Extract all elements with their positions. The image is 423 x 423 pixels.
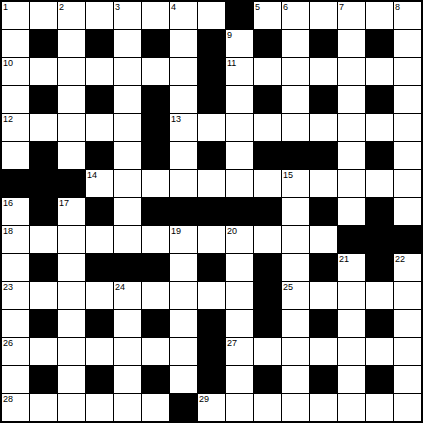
white-cell-r4-c0[interactable]: 12 (2, 114, 29, 141)
white-cell-r3-c4[interactable] (114, 86, 141, 113)
black-cell-r13-c7 (198, 366, 225, 393)
white-cell-r14-c8[interactable] (226, 394, 253, 421)
white-cell-r0-c7[interactable] (198, 2, 225, 29)
white-cell-r12-c12[interactable] (338, 338, 365, 365)
white-cell-r14-c4[interactable] (114, 394, 141, 421)
black-cell-r13-c1 (30, 366, 57, 393)
clue-number-17: 17 (59, 198, 69, 208)
black-cell-r1-c11 (310, 30, 337, 57)
white-cell-r14-c1[interactable] (30, 394, 57, 421)
white-cell-r13-c4[interactable] (114, 366, 141, 393)
black-cell-r3-c3 (86, 86, 113, 113)
white-cell-r5-c14[interactable] (394, 142, 421, 169)
white-cell-r1-c14[interactable] (394, 30, 421, 57)
white-cell-r14-c10[interactable] (282, 394, 309, 421)
white-cell-r4-c3[interactable] (86, 114, 113, 141)
white-cell-r8-c3[interactable] (86, 226, 113, 253)
white-cell-r3-c8[interactable] (226, 86, 253, 113)
white-cell-r0-c14[interactable]: 8 (394, 2, 421, 29)
white-cell-r2-c10[interactable] (282, 58, 309, 85)
white-cell-r2-c12[interactable] (338, 58, 365, 85)
black-cell-r7-c3 (86, 198, 113, 225)
clue-number-24: 24 (115, 282, 125, 292)
clue-number-7: 7 (339, 2, 344, 12)
black-cell-r9-c1 (30, 254, 57, 281)
white-cell-r7-c0[interactable]: 16 (2, 198, 29, 225)
white-cell-r13-c8[interactable] (226, 366, 253, 393)
white-cell-r2-c1[interactable] (30, 58, 57, 85)
white-cell-r3-c12[interactable] (338, 86, 365, 113)
white-cell-r4-c8[interactable] (226, 114, 253, 141)
black-cell-r5-c1 (30, 142, 57, 169)
white-cell-r4-c13[interactable] (366, 114, 393, 141)
white-cell-r13-c12[interactable] (338, 366, 365, 393)
white-cell-r0-c13[interactable] (366, 2, 393, 29)
white-cell-r13-c2[interactable] (58, 366, 85, 393)
white-cell-r12-c9[interactable] (254, 338, 281, 365)
clue-number-6: 6 (283, 2, 288, 12)
white-cell-r5-c2[interactable] (58, 142, 85, 169)
white-cell-r5-c6[interactable] (170, 142, 197, 169)
black-cell-r6-c1 (30, 170, 57, 197)
white-cell-r3-c14[interactable] (394, 86, 421, 113)
white-cell-r1-c10[interactable] (282, 30, 309, 57)
white-cell-r3-c0[interactable] (2, 86, 29, 113)
clue-number-16: 16 (3, 198, 13, 208)
clue-number-13: 13 (171, 114, 181, 124)
clue-number-28: 28 (3, 394, 13, 404)
black-cell-r9-c13 (366, 254, 393, 281)
black-cell-r1-c13 (366, 30, 393, 57)
black-cell-r3-c13 (366, 86, 393, 113)
crossword-grid: 1234567891011121314151617181920212223242… (0, 0, 423, 423)
white-cell-r6-c14[interactable] (394, 170, 421, 197)
white-cell-r7-c10[interactable] (282, 198, 309, 225)
white-cell-r6-c8[interactable] (226, 170, 253, 197)
white-cell-r5-c4[interactable] (114, 142, 141, 169)
white-cell-r6-c11[interactable] (310, 170, 337, 197)
black-cell-r5-c10 (282, 142, 309, 169)
white-cell-r14-c7[interactable]: 29 (198, 394, 225, 421)
white-cell-r10-c0[interactable]: 23 (2, 282, 29, 309)
black-cell-r11-c13 (366, 310, 393, 337)
black-cell-r7-c11 (310, 198, 337, 225)
white-cell-r5-c12[interactable] (338, 142, 365, 169)
white-cell-r2-c13[interactable] (366, 58, 393, 85)
black-cell-r3-c11 (310, 86, 337, 113)
white-cell-r8-c10[interactable] (282, 226, 309, 253)
black-cell-r11-c9 (254, 310, 281, 337)
white-cell-r13-c14[interactable] (394, 366, 421, 393)
white-cell-r12-c10[interactable] (282, 338, 309, 365)
white-cell-r14-c11[interactable] (310, 394, 337, 421)
white-cell-r2-c3[interactable] (86, 58, 113, 85)
black-cell-r13-c3 (86, 366, 113, 393)
white-cell-r2-c14[interactable] (394, 58, 421, 85)
black-cell-r5-c9 (254, 142, 281, 169)
white-cell-r6-c3[interactable]: 14 (86, 170, 113, 197)
black-cell-r1-c5 (142, 30, 169, 57)
clue-number-3: 3 (115, 2, 120, 12)
black-cell-r4-c5 (142, 114, 169, 141)
clue-number-27: 27 (227, 338, 237, 348)
clue-number-4: 4 (171, 2, 176, 12)
black-cell-r6-c2 (58, 170, 85, 197)
white-cell-r14-c3[interactable] (86, 394, 113, 421)
white-cell-r12-c0[interactable]: 26 (2, 338, 29, 365)
white-cell-r0-c0[interactable]: 1 (2, 2, 29, 29)
white-cell-r1-c2[interactable] (58, 30, 85, 57)
black-cell-r7-c1 (30, 198, 57, 225)
black-cell-r11-c1 (30, 310, 57, 337)
black-cell-r8-c14 (394, 226, 421, 253)
black-cell-r5-c11 (310, 142, 337, 169)
white-cell-r0-c5[interactable] (142, 2, 169, 29)
white-cell-r11-c6[interactable] (170, 310, 197, 337)
white-cell-r14-c9[interactable] (254, 394, 281, 421)
white-cell-r8-c9[interactable] (254, 226, 281, 253)
white-cell-r12-c1[interactable] (30, 338, 57, 365)
black-cell-r7-c13 (366, 198, 393, 225)
white-cell-r4-c12[interactable] (338, 114, 365, 141)
white-cell-r6-c9[interactable] (254, 170, 281, 197)
black-cell-r3-c7 (198, 86, 225, 113)
white-cell-r10-c10[interactable]: 25 (282, 282, 309, 309)
clue-number-20: 20 (227, 226, 237, 236)
clue-number-2: 2 (59, 2, 64, 12)
black-cell-r7-c6 (170, 198, 197, 225)
white-cell-r4-c6[interactable]: 13 (170, 114, 197, 141)
white-cell-r9-c14[interactable]: 22 (394, 254, 421, 281)
white-cell-r6-c6[interactable] (170, 170, 197, 197)
white-cell-r12-c11[interactable] (310, 338, 337, 365)
black-cell-r11-c3 (86, 310, 113, 337)
white-cell-r7-c2[interactable]: 17 (58, 198, 85, 225)
white-cell-r8-c5[interactable] (142, 226, 169, 253)
white-cell-r0-c10[interactable]: 6 (282, 2, 309, 29)
white-cell-r8-c11[interactable] (310, 226, 337, 253)
white-cell-r14-c14[interactable] (394, 394, 421, 421)
white-cell-r1-c8[interactable]: 9 (226, 30, 253, 57)
black-cell-r11-c7 (198, 310, 225, 337)
white-cell-r5-c0[interactable] (2, 142, 29, 169)
clue-number-21: 21 (339, 254, 349, 264)
white-cell-r11-c12[interactable] (338, 310, 365, 337)
white-cell-r11-c0[interactable] (2, 310, 29, 337)
white-cell-r9-c2[interactable] (58, 254, 85, 281)
white-cell-r4-c11[interactable] (310, 114, 337, 141)
white-cell-r10-c1[interactable] (30, 282, 57, 309)
clue-number-18: 18 (3, 226, 13, 236)
white-cell-r2-c2[interactable] (58, 58, 85, 85)
black-cell-r6-c0 (2, 170, 29, 197)
white-cell-r1-c6[interactable] (170, 30, 197, 57)
white-cell-r9-c8[interactable] (226, 254, 253, 281)
black-cell-r1-c1 (30, 30, 57, 57)
black-cell-r7-c5 (142, 198, 169, 225)
black-cell-r9-c3 (86, 254, 113, 281)
white-cell-r10-c2[interactable] (58, 282, 85, 309)
white-cell-r10-c6[interactable] (170, 282, 197, 309)
white-cell-r6-c5[interactable] (142, 170, 169, 197)
black-cell-r3-c1 (30, 86, 57, 113)
black-cell-r1-c7 (198, 30, 225, 57)
clue-number-12: 12 (3, 114, 13, 124)
white-cell-r14-c12[interactable] (338, 394, 365, 421)
white-cell-r3-c6[interactable] (170, 86, 197, 113)
white-cell-r2-c5[interactable] (142, 58, 169, 85)
white-cell-r8-c2[interactable] (58, 226, 85, 253)
white-cell-r10-c7[interactable] (198, 282, 225, 309)
white-cell-r1-c0[interactable] (2, 30, 29, 57)
white-cell-r0-c1[interactable] (30, 2, 57, 29)
black-cell-r9-c5 (142, 254, 169, 281)
white-cell-r4-c14[interactable] (394, 114, 421, 141)
black-cell-r13-c9 (254, 366, 281, 393)
black-cell-r13-c13 (366, 366, 393, 393)
black-cell-r5-c13 (366, 142, 393, 169)
white-cell-r6-c10[interactable]: 15 (282, 170, 309, 197)
black-cell-r7-c7 (198, 198, 225, 225)
white-cell-r4-c4[interactable] (114, 114, 141, 141)
clue-number-11: 11 (227, 58, 236, 68)
white-cell-r0-c6[interactable]: 4 (170, 2, 197, 29)
white-cell-r3-c10[interactable] (282, 86, 309, 113)
white-cell-r10-c4[interactable]: 24 (114, 282, 141, 309)
white-cell-r0-c11[interactable] (310, 2, 337, 29)
black-cell-r9-c4 (114, 254, 141, 281)
white-cell-r2-c6[interactable] (170, 58, 197, 85)
white-cell-r6-c13[interactable] (366, 170, 393, 197)
white-cell-r6-c12[interactable] (338, 170, 365, 197)
white-cell-r5-c8[interactable] (226, 142, 253, 169)
white-cell-r13-c6[interactable] (170, 366, 197, 393)
white-cell-r8-c0[interactable]: 18 (2, 226, 29, 253)
white-cell-r4-c2[interactable] (58, 114, 85, 141)
white-cell-r12-c3[interactable] (86, 338, 113, 365)
white-cell-r4-c1[interactable] (30, 114, 57, 141)
clue-number-29: 29 (199, 394, 209, 404)
black-cell-r11-c5 (142, 310, 169, 337)
white-cell-r8-c8[interactable]: 20 (226, 226, 253, 253)
black-cell-r7-c8 (226, 198, 253, 225)
white-cell-r12-c8[interactable]: 27 (226, 338, 253, 365)
white-cell-r14-c13[interactable] (366, 394, 393, 421)
white-cell-r12-c14[interactable] (394, 338, 421, 365)
white-cell-r11-c8[interactable] (226, 310, 253, 337)
black-cell-r13-c5 (142, 366, 169, 393)
white-cell-r13-c0[interactable] (2, 366, 29, 393)
clue-number-10: 10 (3, 58, 13, 68)
white-cell-r8-c7[interactable] (198, 226, 225, 253)
black-cell-r8-c13 (366, 226, 393, 253)
white-cell-r6-c4[interactable] (114, 170, 141, 197)
white-cell-r12-c4[interactable] (114, 338, 141, 365)
white-cell-r10-c14[interactable] (394, 282, 421, 309)
clue-number-14: 14 (87, 170, 97, 180)
white-cell-r4-c9[interactable] (254, 114, 281, 141)
white-cell-r0-c2[interactable]: 2 (58, 2, 85, 29)
white-cell-r10-c11[interactable] (310, 282, 337, 309)
black-cell-r0-c8 (226, 2, 253, 29)
black-cell-r3-c9 (254, 86, 281, 113)
white-cell-r9-c12[interactable]: 21 (338, 254, 365, 281)
clue-number-5: 5 (255, 2, 260, 12)
white-cell-r11-c10[interactable] (282, 310, 309, 337)
black-cell-r9-c7 (198, 254, 225, 281)
white-cell-r0-c3[interactable] (86, 2, 113, 29)
clue-number-22: 22 (395, 254, 405, 264)
black-cell-r1-c9 (254, 30, 281, 57)
white-cell-r7-c12[interactable] (338, 198, 365, 225)
black-cell-r8-c12 (338, 226, 365, 253)
black-cell-r12-c7 (198, 338, 225, 365)
white-cell-r2-c11[interactable] (310, 58, 337, 85)
white-cell-r0-c12[interactable]: 7 (338, 2, 365, 29)
white-cell-r9-c6[interactable] (170, 254, 197, 281)
white-cell-r13-c10[interactable] (282, 366, 309, 393)
clue-number-1: 1 (3, 2, 8, 12)
white-cell-r10-c5[interactable] (142, 282, 169, 309)
white-cell-r10-c12[interactable] (338, 282, 365, 309)
white-cell-r2-c9[interactable] (254, 58, 281, 85)
white-cell-r8-c4[interactable] (114, 226, 141, 253)
white-cell-r1-c4[interactable] (114, 30, 141, 57)
white-cell-r4-c7[interactable] (198, 114, 225, 141)
white-cell-r12-c13[interactable] (366, 338, 393, 365)
white-cell-r8-c1[interactable] (30, 226, 57, 253)
black-cell-r1-c3 (86, 30, 113, 57)
clue-number-25: 25 (283, 282, 293, 292)
black-cell-r13-c11 (310, 366, 337, 393)
white-cell-r2-c4[interactable] (114, 58, 141, 85)
white-cell-r6-c7[interactable] (198, 170, 225, 197)
clue-number-15: 15 (283, 170, 293, 180)
clue-number-9: 9 (227, 30, 232, 40)
white-cell-r7-c4[interactable] (114, 198, 141, 225)
white-cell-r0-c4[interactable]: 3 (114, 2, 141, 29)
white-cell-r9-c10[interactable] (282, 254, 309, 281)
black-cell-r14-c6 (170, 394, 197, 421)
black-cell-r2-c7 (198, 58, 225, 85)
white-cell-r7-c14[interactable] (394, 198, 421, 225)
clue-number-8: 8 (395, 2, 400, 12)
white-cell-r14-c5[interactable] (142, 394, 169, 421)
black-cell-r11-c11 (310, 310, 337, 337)
clue-number-19: 19 (171, 226, 181, 236)
black-cell-r10-c9 (254, 282, 281, 309)
white-cell-r9-c0[interactable] (2, 254, 29, 281)
white-cell-r11-c2[interactable] (58, 310, 85, 337)
white-cell-r10-c3[interactable] (86, 282, 113, 309)
white-cell-r10-c8[interactable] (226, 282, 253, 309)
white-cell-r12-c5[interactable] (142, 338, 169, 365)
white-cell-r11-c4[interactable] (114, 310, 141, 337)
clue-number-26: 26 (3, 338, 13, 348)
white-cell-r14-c0[interactable]: 28 (2, 394, 29, 421)
white-cell-r1-c12[interactable] (338, 30, 365, 57)
black-cell-r9-c11 (310, 254, 337, 281)
white-cell-r11-c14[interactable] (394, 310, 421, 337)
white-cell-r12-c6[interactable] (170, 338, 197, 365)
white-cell-r14-c2[interactable] (58, 394, 85, 421)
white-cell-r8-c6[interactable]: 19 (170, 226, 197, 253)
white-cell-r0-c9[interactable]: 5 (254, 2, 281, 29)
black-cell-r5-c3 (86, 142, 113, 169)
white-cell-r2-c8[interactable]: 11 (226, 58, 253, 85)
black-cell-r5-c5 (142, 142, 169, 169)
black-cell-r3-c5 (142, 86, 169, 113)
white-cell-r12-c2[interactable] (58, 338, 85, 365)
white-cell-r4-c10[interactable] (282, 114, 309, 141)
black-cell-r9-c9 (254, 254, 281, 281)
black-cell-r5-c7 (198, 142, 225, 169)
clue-number-23: 23 (3, 282, 13, 292)
white-cell-r10-c13[interactable] (366, 282, 393, 309)
white-cell-r2-c0[interactable]: 10 (2, 58, 29, 85)
white-cell-r3-c2[interactable] (58, 86, 85, 113)
black-cell-r7-c9 (254, 198, 281, 225)
